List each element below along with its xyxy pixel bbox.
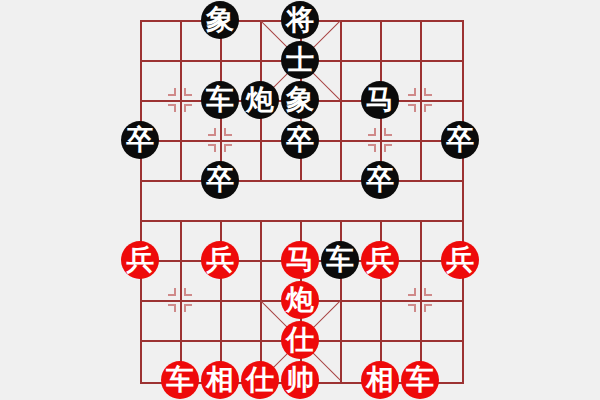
piece-black-soldier-2[interactable]: 卒: [281, 121, 319, 159]
board-cell: [342, 22, 382, 62]
board-cell: [382, 22, 422, 62]
piece-red-pawn-1[interactable]: 兵: [121, 241, 159, 279]
piece-black-soldier-3[interactable]: 卒: [441, 121, 479, 159]
point-marker-bracket: [224, 144, 232, 152]
point-marker-bracket: [168, 288, 176, 296]
piece-red-pawn-2[interactable]: 兵: [201, 241, 239, 279]
piece-red-elephant-1[interactable]: 相: [201, 361, 239, 399]
point-marker-bracket: [208, 128, 216, 136]
point-marker-bracket: [184, 304, 192, 312]
board-cell: [422, 62, 462, 102]
piece-black-soldier-1[interactable]: 卒: [121, 121, 159, 159]
board-cell: [342, 302, 382, 342]
point-marker-bracket: [224, 128, 232, 136]
piece-red-horse-1[interactable]: 马: [281, 241, 319, 279]
board-cell: [222, 302, 262, 342]
piece-black-horse-1[interactable]: 马: [361, 81, 399, 119]
point-marker-bracket: [384, 144, 392, 152]
point-marker-bracket: [408, 104, 416, 112]
piece-red-general[interactable]: 帅: [281, 361, 319, 399]
board-cell: [382, 302, 422, 342]
point-marker-bracket: [168, 104, 176, 112]
board-cell: [422, 182, 462, 222]
piece-black-soldier-4[interactable]: 卒: [201, 161, 239, 199]
piece-red-elephant-2[interactable]: 相: [361, 361, 399, 399]
piece-black-advisor-1[interactable]: 士: [281, 41, 319, 79]
point-marker-bracket: [424, 288, 432, 296]
board-cell: [262, 182, 302, 222]
point-marker-bracket: [424, 304, 432, 312]
piece-red-cannon-1[interactable]: 炮: [281, 281, 319, 319]
piece-red-chariot-1[interactable]: 车: [161, 361, 199, 399]
board-cell: [142, 22, 182, 62]
point-marker-bracket: [384, 128, 392, 136]
point-marker-bracket: [184, 104, 192, 112]
piece-black-chariot-1[interactable]: 车: [201, 81, 239, 119]
piece-red-pawn-3[interactable]: 兵: [361, 241, 399, 279]
piece-red-chariot-2[interactable]: 车: [401, 361, 439, 399]
board-cell: [142, 302, 182, 342]
point-marker-bracket: [184, 288, 192, 296]
point-marker-bracket: [368, 128, 376, 136]
point-marker-bracket: [168, 304, 176, 312]
piece-black-cannon-1[interactable]: 炮: [241, 81, 279, 119]
piece-black-chariot-2[interactable]: 车: [321, 241, 359, 279]
board-cell: [142, 62, 182, 102]
board-cell: [422, 22, 462, 62]
point-marker-bracket: [424, 88, 432, 96]
point-marker-bracket: [368, 144, 376, 152]
piece-black-elephant-1[interactable]: 象: [201, 1, 239, 39]
board-cell: [142, 182, 182, 222]
point-marker-bracket: [168, 88, 176, 96]
piece-red-pawn-4[interactable]: 兵: [441, 241, 479, 279]
piece-red-advisor-1[interactable]: 仕: [281, 321, 319, 359]
board-cell: [302, 182, 342, 222]
point-marker-bracket: [408, 304, 416, 312]
piece-black-elephant-2[interactable]: 象: [281, 81, 319, 119]
point-marker-bracket: [408, 88, 416, 96]
point-marker-bracket: [208, 144, 216, 152]
point-marker-bracket: [408, 288, 416, 296]
point-marker-bracket: [424, 104, 432, 112]
piece-black-soldier-5[interactable]: 卒: [361, 161, 399, 199]
point-marker-bracket: [184, 88, 192, 96]
piece-black-general[interactable]: 将: [281, 1, 319, 39]
xiangqi-screenshot: 象将士车炮象马卒卒卒卒卒兵兵马车兵兵炮仕车相仕帅相车: [0, 0, 600, 400]
piece-red-advisor-2[interactable]: 仕: [241, 361, 279, 399]
